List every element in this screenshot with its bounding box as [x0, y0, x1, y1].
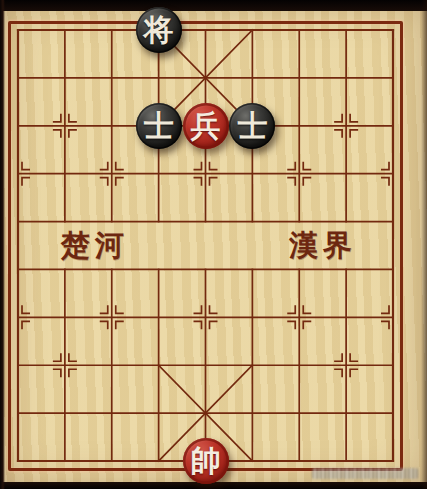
- board-point-3-2: 士: [135, 102, 182, 150]
- xiangqi-board[interactable]: 将士兵士帥: [0, 6, 416, 485]
- board-point-5-2: 士: [229, 102, 276, 150]
- red-general[interactable]: 帥: [183, 438, 229, 484]
- red-soldier[interactable]: 兵: [183, 103, 229, 149]
- board-point-4-2: 兵: [182, 102, 229, 150]
- black-advisor-left[interactable]: 士: [136, 103, 182, 149]
- black-advisor-right[interactable]: 士: [229, 103, 275, 149]
- black-general[interactable]: 将: [136, 7, 182, 53]
- watermark-blur: [312, 468, 418, 479]
- board-point-3-0: 将: [135, 6, 182, 54]
- board-point-4-9: 帥: [182, 437, 229, 485]
- xiangqi-app: 楚河 漢界 将士兵士帥: [0, 0, 427, 489]
